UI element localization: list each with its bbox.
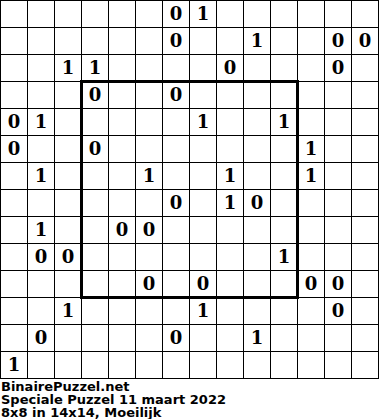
- cell-r11c5[interactable]: [109, 271, 135, 297]
- cell-r6c6[interactable]: [136, 136, 162, 162]
- cell-r12c13: 0: [325, 298, 351, 324]
- cell-r7c13[interactable]: [325, 163, 351, 189]
- cell-r9c14[interactable]: [352, 217, 378, 243]
- cell-r13c6[interactable]: [136, 325, 162, 351]
- cell-r7c11[interactable]: [271, 163, 297, 189]
- cell-r9c6: 0: [136, 217, 162, 243]
- cell-r6c5[interactable]: [109, 136, 135, 162]
- cell-r14c13[interactable]: [325, 352, 351, 378]
- cell-r3c5[interactable]: [109, 55, 135, 81]
- cell-r8c14[interactable]: [352, 190, 378, 216]
- cell-r8c11[interactable]: [271, 190, 297, 216]
- cell-r13c9[interactable]: [217, 325, 243, 351]
- cell-r14c4[interactable]: [82, 352, 108, 378]
- caption-details: 8x8 in 14x14, Moeilijk: [1, 406, 381, 419]
- cell-r3c8[interactable]: [190, 55, 216, 81]
- cell-r14c8[interactable]: [190, 352, 216, 378]
- cell-r14c10[interactable]: [244, 352, 270, 378]
- cell-r2c11[interactable]: [271, 28, 297, 54]
- cell-r10c11: 1: [271, 244, 297, 270]
- cell-r10c5[interactable]: [109, 244, 135, 270]
- cell-r1c3[interactable]: [55, 1, 81, 27]
- cell-r3c10[interactable]: [244, 55, 270, 81]
- cell-r6c12: 1: [298, 136, 324, 162]
- cell-r5c9[interactable]: [217, 109, 243, 135]
- cell-r10c9[interactable]: [217, 244, 243, 270]
- cell-r9c11[interactable]: [271, 217, 297, 243]
- cell-r4c2[interactable]: [28, 82, 54, 108]
- cell-r5c3[interactable]: [55, 109, 81, 135]
- cell-r12c10[interactable]: [244, 298, 270, 324]
- cell-r9c5: 0: [109, 217, 135, 243]
- cell-r5c5[interactable]: [109, 109, 135, 135]
- cell-r3c2[interactable]: [28, 55, 54, 81]
- caption: BinairePuzzel.net Speciale Puzzel 11 maa…: [0, 379, 381, 419]
- cell-r3c9: 0: [217, 55, 243, 81]
- cell-r9c7[interactable]: [163, 217, 189, 243]
- cell-r1c2[interactable]: [28, 1, 54, 27]
- cell-r14c6[interactable]: [136, 352, 162, 378]
- cell-r2c1[interactable]: [1, 28, 27, 54]
- cell-r14c5[interactable]: [109, 352, 135, 378]
- cell-r11c8: 0: [190, 271, 216, 297]
- cell-r6c11[interactable]: [271, 136, 297, 162]
- cell-r8c9: 1: [217, 190, 243, 216]
- cell-r6c1: 0: [1, 136, 27, 162]
- cell-r10c13[interactable]: [325, 244, 351, 270]
- cell-r1c12[interactable]: [298, 1, 324, 27]
- cell-r5c12[interactable]: [298, 109, 324, 135]
- cell-r13c11[interactable]: [271, 325, 297, 351]
- cell-r1c5[interactable]: [109, 1, 135, 27]
- cell-r2c5[interactable]: [109, 28, 135, 54]
- cell-r10c7[interactable]: [163, 244, 189, 270]
- cell-r11c10[interactable]: [244, 271, 270, 297]
- cell-r1c13[interactable]: [325, 1, 351, 27]
- cell-r8c4[interactable]: [82, 190, 108, 216]
- cell-r3c1[interactable]: [1, 55, 27, 81]
- cell-r10c1[interactable]: [1, 244, 27, 270]
- cell-r2c6[interactable]: [136, 28, 162, 54]
- cell-r3c6[interactable]: [136, 55, 162, 81]
- cell-r9c9[interactable]: [217, 217, 243, 243]
- cell-r14c3[interactable]: [55, 352, 81, 378]
- cell-r11c11[interactable]: [271, 271, 297, 297]
- cell-r2c2[interactable]: [28, 28, 54, 54]
- cell-r8c3[interactable]: [55, 190, 81, 216]
- cell-r14c1: 1: [1, 352, 27, 378]
- cell-r4c11[interactable]: [271, 82, 297, 108]
- cell-r7c14[interactable]: [352, 163, 378, 189]
- cell-r4c7: 0: [163, 82, 189, 108]
- cell-r13c8[interactable]: [190, 325, 216, 351]
- cell-r2c10: 1: [244, 28, 270, 54]
- cell-r13c4[interactable]: [82, 325, 108, 351]
- cell-r13c13[interactable]: [325, 325, 351, 351]
- cell-r1c4[interactable]: [82, 1, 108, 27]
- cell-r14c2[interactable]: [28, 352, 54, 378]
- cell-r12c8: 1: [190, 298, 216, 324]
- cell-r7c8[interactable]: [190, 163, 216, 189]
- cell-r1c14[interactable]: [352, 1, 378, 27]
- cell-r12c12[interactable]: [298, 298, 324, 324]
- cell-r4c3[interactable]: [55, 82, 81, 108]
- cell-r10c14[interactable]: [352, 244, 378, 270]
- cell-r4c6[interactable]: [136, 82, 162, 108]
- cell-r14c14[interactable]: [352, 352, 378, 378]
- cell-r6c3[interactable]: [55, 136, 81, 162]
- cell-r11c12: 0: [298, 271, 324, 297]
- cell-r12c3: 1: [55, 298, 81, 324]
- cell-r3c3: 1: [55, 55, 81, 81]
- cell-r8c5[interactable]: [109, 190, 135, 216]
- cell-r10c12[interactable]: [298, 244, 324, 270]
- cell-r6c7[interactable]: [163, 136, 189, 162]
- cell-r3c7[interactable]: [163, 55, 189, 81]
- cell-r7c10[interactable]: [244, 163, 270, 189]
- cell-r4c14[interactable]: [352, 82, 378, 108]
- cell-r2c3[interactable]: [55, 28, 81, 54]
- cell-r1c1[interactable]: [1, 1, 27, 27]
- cell-r11c14[interactable]: [352, 271, 378, 297]
- cell-r10c3: 0: [55, 244, 81, 270]
- cell-r14c9[interactable]: [217, 352, 243, 378]
- cell-r14c7[interactable]: [163, 352, 189, 378]
- cell-r8c12[interactable]: [298, 190, 324, 216]
- cell-r12c5[interactable]: [109, 298, 135, 324]
- cell-r3c14[interactable]: [352, 55, 378, 81]
- cell-r5c14[interactable]: [352, 109, 378, 135]
- cell-r7c3[interactable]: [55, 163, 81, 189]
- cell-r1c6[interactable]: [136, 1, 162, 27]
- cell-r6c8[interactable]: [190, 136, 216, 162]
- cell-r4c9[interactable]: [217, 82, 243, 108]
- cell-r7c6: 1: [136, 163, 162, 189]
- cell-r9c1[interactable]: [1, 217, 27, 243]
- cell-r8c8[interactable]: [190, 190, 216, 216]
- cell-r3c12[interactable]: [298, 55, 324, 81]
- binary-puzzle-grid: 0101001100000111001111101010000100001100…: [0, 0, 379, 379]
- cell-r7c9: 1: [217, 163, 243, 189]
- cell-r11c2[interactable]: [28, 271, 54, 297]
- cell-r14c11[interactable]: [271, 352, 297, 378]
- cell-r7c5[interactable]: [109, 163, 135, 189]
- cell-r1c7: 0: [163, 1, 189, 27]
- cell-r6c9[interactable]: [217, 136, 243, 162]
- cell-r13c5[interactable]: [109, 325, 135, 351]
- cell-r4c8[interactable]: [190, 82, 216, 108]
- cell-r6c14[interactable]: [352, 136, 378, 162]
- cell-r11c1[interactable]: [1, 271, 27, 297]
- cell-r5c1: 0: [1, 109, 27, 135]
- cell-r4c4: 0: [82, 82, 108, 108]
- cell-r3c4: 1: [82, 55, 108, 81]
- cell-r11c6: 0: [136, 271, 162, 297]
- cell-r7c1[interactable]: [1, 163, 27, 189]
- cell-r7c4[interactable]: [82, 163, 108, 189]
- cell-r5c7[interactable]: [163, 109, 189, 135]
- cell-r10c8[interactable]: [190, 244, 216, 270]
- cell-r2c8[interactable]: [190, 28, 216, 54]
- cell-r5c11: 1: [271, 109, 297, 135]
- puzzle-board-area: 0101001100000111001111101010000100001100…: [0, 0, 379, 379]
- cell-r12c2[interactable]: [28, 298, 54, 324]
- cell-r5c4[interactable]: [82, 109, 108, 135]
- cell-r1c9[interactable]: [217, 1, 243, 27]
- cell-r8c1[interactable]: [1, 190, 27, 216]
- cell-r9c12[interactable]: [298, 217, 324, 243]
- cell-r8c6[interactable]: [136, 190, 162, 216]
- cell-r10c6[interactable]: [136, 244, 162, 270]
- cell-r11c7[interactable]: [163, 271, 189, 297]
- cell-r1c11[interactable]: [271, 1, 297, 27]
- cell-r5c8: 1: [190, 109, 216, 135]
- cell-r4c1[interactable]: [1, 82, 27, 108]
- cell-r11c3[interactable]: [55, 271, 81, 297]
- cell-r2c7: 0: [163, 28, 189, 54]
- cell-r12c4[interactable]: [82, 298, 108, 324]
- cell-r4c5[interactable]: [109, 82, 135, 108]
- cell-r12c1[interactable]: [1, 298, 27, 324]
- cell-r2c14: 0: [352, 28, 378, 54]
- cell-r11c13: 0: [325, 271, 351, 297]
- cell-r8c13[interactable]: [325, 190, 351, 216]
- cell-r13c10: 1: [244, 325, 270, 351]
- cell-r8c10: 0: [244, 190, 270, 216]
- cell-r2c13: 0: [325, 28, 351, 54]
- cell-r4c10[interactable]: [244, 82, 270, 108]
- cell-r2c4[interactable]: [82, 28, 108, 54]
- cell-r9c2: 1: [28, 217, 54, 243]
- cell-r9c3[interactable]: [55, 217, 81, 243]
- cell-r6c10[interactable]: [244, 136, 270, 162]
- cell-r11c4[interactable]: [82, 271, 108, 297]
- cell-r14c12[interactable]: [298, 352, 324, 378]
- cell-r1c8: 1: [190, 1, 216, 27]
- cell-r12c14[interactable]: [352, 298, 378, 324]
- cell-r9c8[interactable]: [190, 217, 216, 243]
- cell-r12c11[interactable]: [271, 298, 297, 324]
- cell-r13c3[interactable]: [55, 325, 81, 351]
- cell-r12c7[interactable]: [163, 298, 189, 324]
- cell-r2c12[interactable]: [298, 28, 324, 54]
- cell-r3c11[interactable]: [271, 55, 297, 81]
- cell-r12c6[interactable]: [136, 298, 162, 324]
- cell-r10c10[interactable]: [244, 244, 270, 270]
- cell-r9c10[interactable]: [244, 217, 270, 243]
- cell-r8c2[interactable]: [28, 190, 54, 216]
- cell-r1c10[interactable]: [244, 1, 270, 27]
- cell-r7c7[interactable]: [163, 163, 189, 189]
- cell-r6c13[interactable]: [325, 136, 351, 162]
- cell-r5c13[interactable]: [325, 109, 351, 135]
- cell-r12c9[interactable]: [217, 298, 243, 324]
- cell-r5c10[interactable]: [244, 109, 270, 135]
- cell-r13c2: 0: [28, 325, 54, 351]
- cell-r7c2: 1: [28, 163, 54, 189]
- cell-r10c4[interactable]: [82, 244, 108, 270]
- cell-r10c2: 0: [28, 244, 54, 270]
- cell-r13c14[interactable]: [352, 325, 378, 351]
- cell-r9c4[interactable]: [82, 217, 108, 243]
- cell-r13c7: 0: [163, 325, 189, 351]
- cell-r3c13: 0: [325, 55, 351, 81]
- cell-r5c2: 1: [28, 109, 54, 135]
- cell-r13c1[interactable]: [1, 325, 27, 351]
- cell-r8c7: 0: [163, 190, 189, 216]
- cell-r4c13[interactable]: [325, 82, 351, 108]
- cell-r13c12[interactable]: [298, 325, 324, 351]
- cell-r4c12[interactable]: [298, 82, 324, 108]
- cell-r6c2[interactable]: [28, 136, 54, 162]
- cell-r2c9[interactable]: [217, 28, 243, 54]
- cell-r11c9[interactable]: [217, 271, 243, 297]
- cell-r7c12: 1: [298, 163, 324, 189]
- cell-r9c13[interactable]: [325, 217, 351, 243]
- cell-r5c6[interactable]: [136, 109, 162, 135]
- cell-r6c4: 0: [82, 136, 108, 162]
